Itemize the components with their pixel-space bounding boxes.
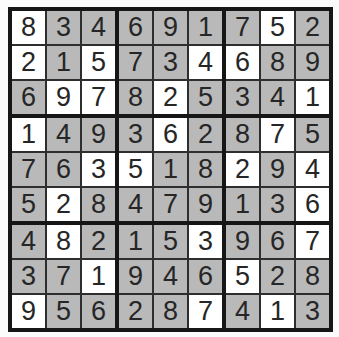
cell-r4c1: 1 [12,118,45,151]
cell-r5c5: 1 [154,153,187,186]
cell-r6c4: 4 [119,188,152,221]
sudoku-board: 8342156976917348257526893411497635283625… [8,7,333,332]
cell-r3c7: 3 [226,81,259,114]
cell-r9c7: 4 [226,295,259,328]
box-2-2: 362518479 [119,118,222,221]
cell-r5c8: 9 [261,153,294,186]
cell-r8c8: 2 [261,260,294,293]
cell-r2c4: 7 [119,46,152,79]
cell-r4c7: 8 [226,118,259,151]
cell-r5c3: 3 [82,153,115,186]
cell-r8c2: 7 [47,260,80,293]
cell-r8c4: 9 [119,260,152,293]
cell-r7c3: 2 [82,225,115,258]
cell-r2c5: 3 [154,46,187,79]
cell-r6c6: 9 [189,188,222,221]
cell-r3c2: 9 [47,81,80,114]
box-1-3: 752689341 [226,11,329,114]
cell-r5c1: 7 [12,153,45,186]
cell-r5c2: 6 [47,153,80,186]
cell-r8c6: 6 [189,260,222,293]
cell-r7c2: 8 [47,225,80,258]
cell-r1c1: 8 [12,11,45,44]
cell-r5c4: 5 [119,153,152,186]
box-1-1: 834215697 [12,11,115,114]
cell-r2c1: 2 [12,46,45,79]
cell-r1c5: 9 [154,11,187,44]
cell-r7c4: 1 [119,225,152,258]
box-3-3: 967528413 [226,225,329,328]
cell-r1c2: 3 [47,11,80,44]
cell-r6c8: 3 [261,188,294,221]
cell-r9c1: 9 [12,295,45,328]
cell-r4c4: 3 [119,118,152,151]
cell-r7c1: 4 [12,225,45,258]
cell-r6c1: 5 [12,188,45,221]
cell-r4c6: 2 [189,118,222,151]
cell-r3c4: 8 [119,81,152,114]
cell-r1c9: 2 [296,11,329,44]
cell-r1c6: 1 [189,11,222,44]
cell-r4c8: 7 [261,118,294,151]
cell-r2c6: 4 [189,46,222,79]
cell-r8c7: 5 [226,260,259,293]
cell-r6c7: 1 [226,188,259,221]
cell-r9c3: 6 [82,295,115,328]
cell-r7c7: 9 [226,225,259,258]
box-3-2: 153946287 [119,225,222,328]
box-2-1: 149763528 [12,118,115,221]
cell-r8c3: 1 [82,260,115,293]
cell-r5c9: 4 [296,153,329,186]
cell-r7c5: 5 [154,225,187,258]
cell-r9c8: 1 [261,295,294,328]
cell-r4c5: 6 [154,118,187,151]
cell-r1c4: 6 [119,11,152,44]
cell-r5c7: 2 [226,153,259,186]
cell-r9c2: 5 [47,295,80,328]
cell-r2c2: 1 [47,46,80,79]
box-2-3: 875294136 [226,118,329,221]
cell-r9c9: 3 [296,295,329,328]
cell-r7c9: 7 [296,225,329,258]
page: 8342156976917348257526893411497635283625… [0,0,339,337]
cell-r3c9: 1 [296,81,329,114]
cell-r4c2: 4 [47,118,80,151]
cell-r2c7: 6 [226,46,259,79]
cell-r1c3: 4 [82,11,115,44]
cell-r8c9: 8 [296,260,329,293]
box-3-1: 482371956 [12,225,115,328]
cell-r9c4: 2 [119,295,152,328]
cell-r8c1: 3 [12,260,45,293]
cell-r1c7: 7 [226,11,259,44]
cell-r5c6: 8 [189,153,222,186]
cell-r3c3: 7 [82,81,115,114]
cell-r7c6: 3 [189,225,222,258]
cell-r2c8: 8 [261,46,294,79]
cell-r2c3: 5 [82,46,115,79]
cell-r6c3: 8 [82,188,115,221]
cell-r8c5: 4 [154,260,187,293]
cell-r2c9: 9 [296,46,329,79]
cell-r6c9: 6 [296,188,329,221]
cell-r3c1: 6 [12,81,45,114]
cell-r4c9: 5 [296,118,329,151]
box-1-2: 691734825 [119,11,222,114]
cell-r3c5: 2 [154,81,187,114]
cell-r3c6: 5 [189,81,222,114]
cell-r3c8: 4 [261,81,294,114]
cell-r7c8: 6 [261,225,294,258]
cell-r6c2: 2 [47,188,80,221]
cell-r9c5: 8 [154,295,187,328]
cell-r4c3: 9 [82,118,115,151]
cell-r1c8: 5 [261,11,294,44]
cell-r9c6: 7 [189,295,222,328]
cell-r6c5: 7 [154,188,187,221]
